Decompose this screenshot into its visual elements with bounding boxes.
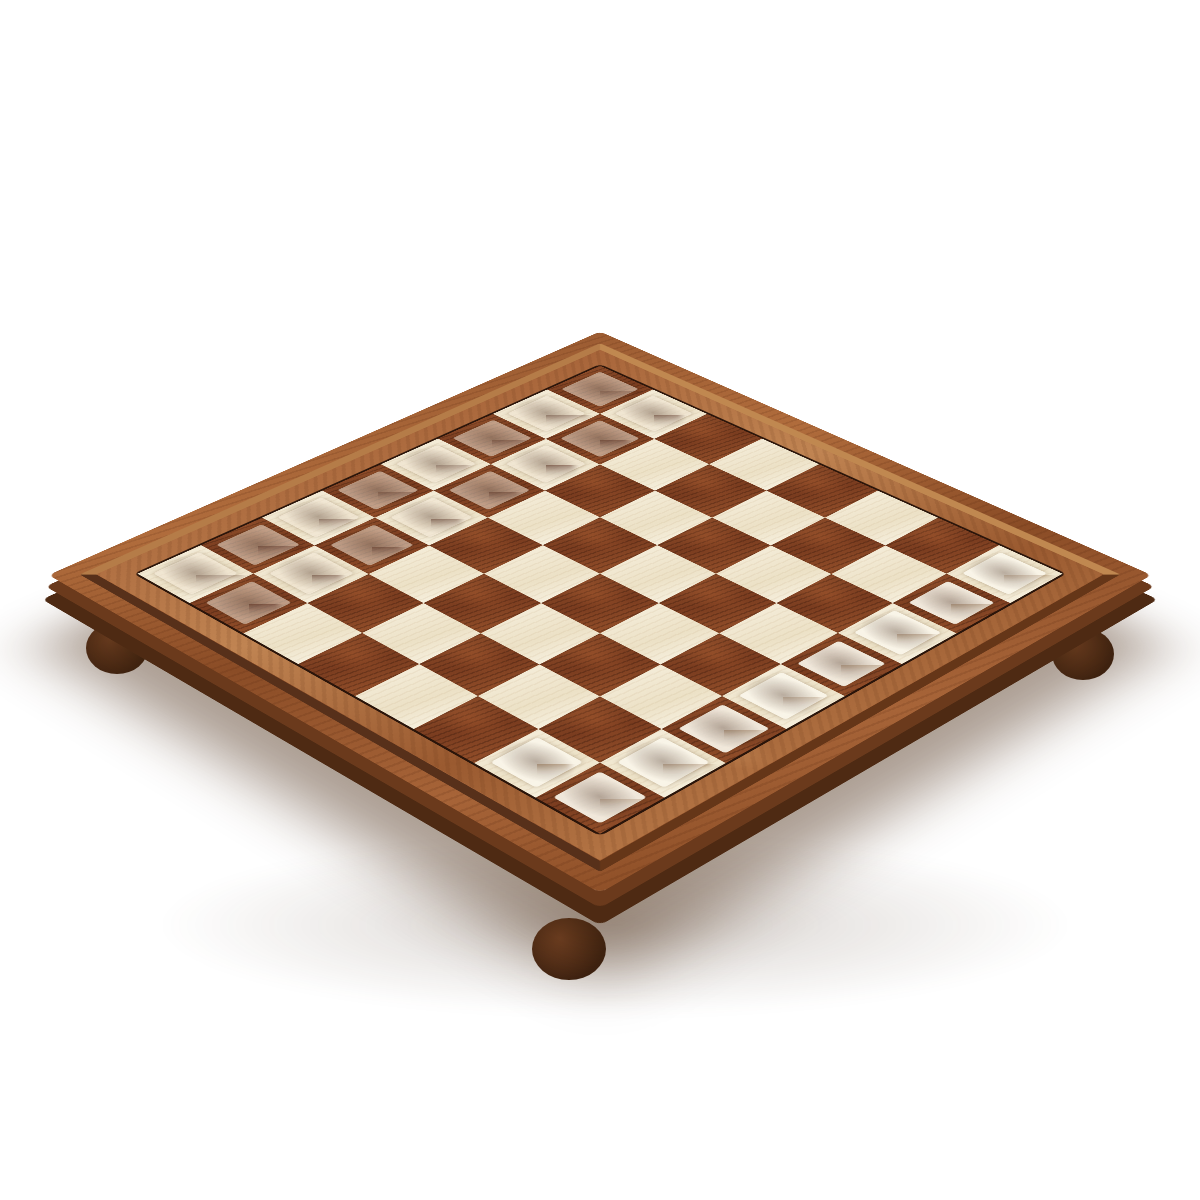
chess-set-photo: ♜♞♝♚♛♝♞♜♟♟♟♟♟♟♟♟♜♞♝♛♚♝♞♜♟ <box>0 0 1200 1200</box>
board-foot-south <box>532 918 606 980</box>
board-foot-west <box>86 622 148 674</box>
board-foot-east <box>1052 628 1114 680</box>
chess-board: ♜♞♝♚♛♝♞♜♟♟♟♟♟♟♟♟♜♞♝♛♚♝♞♜♟ <box>48 332 1151 893</box>
